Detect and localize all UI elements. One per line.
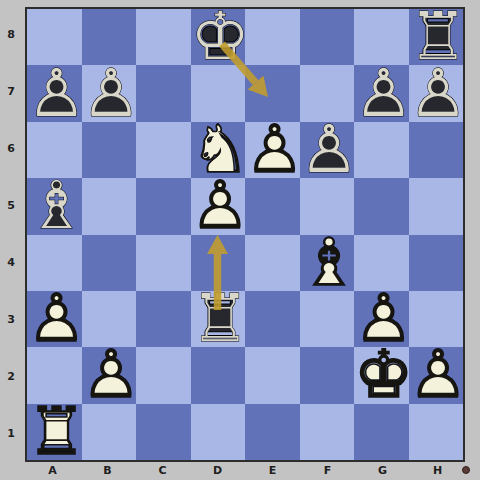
- white-king-outline: ♔: [354, 347, 413, 403]
- black-pawn-a7[interactable]: ♟♙: [27, 65, 82, 121]
- rank-label-5: 5: [0, 199, 22, 212]
- black-rook-outline: ♖: [191, 291, 250, 347]
- white-pawn-outline: ♙: [191, 178, 250, 234]
- black-bishop-a5[interactable]: ♝♗: [27, 178, 82, 234]
- black-pawn-outline: ♙: [409, 66, 468, 122]
- square-f4[interactable]: ♝♗: [300, 235, 355, 291]
- white-pawn-e6[interactable]: ♟♙: [245, 122, 300, 178]
- square-e6[interactable]: ♟♙: [245, 122, 300, 178]
- rank-label-7: 7: [0, 85, 22, 98]
- square-c2[interactable]: [136, 347, 191, 403]
- square-g7[interactable]: ♟♙: [354, 65, 409, 121]
- square-d5[interactable]: ♟♙: [191, 178, 246, 234]
- square-h2[interactable]: ♟♙: [409, 347, 464, 403]
- square-b2[interactable]: ♟♙: [82, 347, 137, 403]
- square-f2[interactable]: [300, 347, 355, 403]
- square-f6[interactable]: ♟♙: [300, 122, 355, 178]
- black-pawn-outline: ♙: [27, 66, 86, 122]
- rank-label-6: 6: [0, 142, 22, 155]
- square-e1[interactable]: [245, 404, 300, 460]
- chess-board[interactable]: ♚♔♜♖♟♙♟♙♟♙♟♙♞♘♟♙♟♙♝♗♟♙♝♗♟♙♜♖♟♙♟♙♚♔♟♙♜♖: [25, 7, 465, 462]
- chess-app-window: ♚♔♜♖♟♙♟♙♟♙♟♙♞♘♟♙♟♙♝♗♟♙♝♗♟♙♜♖♟♙♟♙♚♔♟♙♜♖ 8…: [0, 0, 480, 480]
- square-e3[interactable]: [245, 291, 300, 347]
- file-label-C: C: [135, 464, 190, 478]
- square-b7[interactable]: ♟♙: [82, 65, 137, 121]
- file-label-H: H: [410, 464, 465, 478]
- white-rook-outline: ♖: [27, 404, 86, 460]
- black-pawn-g7[interactable]: ♟♙: [354, 65, 409, 121]
- white-king-g2[interactable]: ♚♔: [354, 347, 409, 403]
- black-pawn-outline: ♙: [300, 122, 359, 178]
- square-c3[interactable]: [136, 291, 191, 347]
- file-label-G: G: [355, 464, 410, 478]
- black-pawn-outline: ♙: [82, 66, 141, 122]
- white-pawn-outline: ♙: [27, 291, 86, 347]
- square-g5[interactable]: [354, 178, 409, 234]
- black-bishop-outline: ♗: [27, 178, 86, 234]
- black-pawn-h7[interactable]: ♟♙: [409, 65, 464, 121]
- white-bishop-outline: ♗: [300, 235, 359, 291]
- square-c4[interactable]: [136, 235, 191, 291]
- square-c7[interactable]: [136, 65, 191, 121]
- file-label-E: E: [245, 464, 300, 478]
- square-g2[interactable]: ♚♔: [354, 347, 409, 403]
- corner-dot: [462, 466, 470, 474]
- black-rook-d3[interactable]: ♜♖: [191, 291, 246, 347]
- square-e2[interactable]: [245, 347, 300, 403]
- white-pawn-b2[interactable]: ♟♙: [82, 347, 137, 403]
- square-d8[interactable]: ♚♔: [191, 9, 246, 65]
- rank-label-1: 1: [0, 427, 22, 440]
- square-e4[interactable]: [245, 235, 300, 291]
- square-b4[interactable]: [82, 235, 137, 291]
- white-bishop-f4[interactable]: ♝♗: [300, 235, 355, 291]
- rank-label-2: 2: [0, 370, 22, 383]
- rank-label-4: 4: [0, 256, 22, 269]
- white-pawn-h2[interactable]: ♟♙: [409, 347, 464, 403]
- white-pawn-outline: ♙: [245, 122, 304, 178]
- white-rook-a1[interactable]: ♜♖: [27, 404, 82, 460]
- black-pawn-b7[interactable]: ♟♙: [82, 65, 137, 121]
- white-pawn-a3[interactable]: ♟♙: [27, 291, 82, 347]
- square-c5[interactable]: [136, 178, 191, 234]
- square-e8[interactable]: [245, 9, 300, 65]
- square-f8[interactable]: [300, 9, 355, 65]
- white-pawn-outline: ♙: [82, 347, 141, 403]
- square-a5[interactable]: ♝♗: [27, 178, 82, 234]
- square-h7[interactable]: ♟♙: [409, 65, 464, 121]
- rank-label-8: 8: [0, 28, 22, 41]
- square-c8[interactable]: [136, 9, 191, 65]
- square-f1[interactable]: [300, 404, 355, 460]
- file-label-F: F: [300, 464, 355, 478]
- square-h5[interactable]: [409, 178, 464, 234]
- square-b5[interactable]: [82, 178, 137, 234]
- square-a7[interactable]: ♟♙: [27, 65, 82, 121]
- square-d3[interactable]: ♜♖: [191, 291, 246, 347]
- square-c1[interactable]: [136, 404, 191, 460]
- square-c6[interactable]: [136, 122, 191, 178]
- square-a3[interactable]: ♟♙: [27, 291, 82, 347]
- square-d1[interactable]: [191, 404, 246, 460]
- white-pawn-outline: ♙: [409, 347, 468, 403]
- rank-label-3: 3: [0, 313, 22, 326]
- file-label-D: D: [190, 464, 245, 478]
- black-king-outline: ♔: [191, 9, 250, 65]
- file-label-B: B: [80, 464, 135, 478]
- black-pawn-f6[interactable]: ♟♙: [300, 122, 355, 178]
- black-pawn-outline: ♙: [354, 66, 413, 122]
- square-a1[interactable]: ♜♖: [27, 404, 82, 460]
- black-king-d8[interactable]: ♚♔: [191, 9, 246, 65]
- square-h4[interactable]: [409, 235, 464, 291]
- white-pawn-d5[interactable]: ♟♙: [191, 178, 246, 234]
